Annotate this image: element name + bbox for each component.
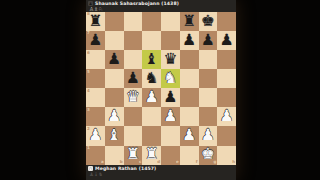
white-pawn-b3: ♟ (107, 109, 121, 125)
white-knight-e5: ♞ (163, 70, 177, 86)
square-c1[interactable]: c♜ (124, 146, 143, 165)
square-h1[interactable]: h (217, 146, 236, 165)
square-b6[interactable]: ♟ (105, 50, 124, 69)
file-label-a: a (101, 160, 104, 164)
square-g6[interactable] (199, 50, 218, 69)
square-b7[interactable] (105, 31, 124, 50)
black-pawn-b6: ♟ (107, 51, 121, 67)
square-h7[interactable]: ♟ (217, 31, 236, 50)
captured-pieces-bottom: ♟♝♞ (88, 172, 234, 178)
square-b4[interactable] (105, 88, 124, 107)
square-c7[interactable] (124, 31, 143, 50)
square-h8[interactable] (217, 12, 236, 31)
black-pawn-f7: ♟ (182, 32, 196, 48)
black-queen-e6: ♛ (163, 51, 177, 67)
square-b3[interactable]: ♟ (105, 107, 124, 126)
file-label-f: f (196, 160, 198, 164)
white-king-g1: ♚ (201, 147, 215, 163)
square-g4[interactable] (199, 88, 218, 107)
rank-label-5: 5 (87, 70, 90, 74)
white-rook-c1: ♜ (126, 147, 140, 163)
square-h5[interactable] (217, 69, 236, 88)
white-pawn-a2: ♟ (88, 128, 102, 144)
game-column: ♟ Shaunak Sahasrabojann (1438) ♙♗♘ 8♜♜♚7… (86, 0, 236, 180)
square-e8[interactable] (161, 12, 180, 31)
file-label-h: h (232, 160, 235, 164)
square-d5[interactable]: ♞ (142, 69, 161, 88)
captured-piece-icon-bottom-2: ♞ (98, 172, 103, 178)
square-d3[interactable] (142, 107, 161, 126)
square-c4[interactable]: ♛ (124, 88, 143, 107)
player-bar-bottom: ♟ Meghan Rathan (1457) ♟♝♞ (86, 165, 236, 180)
player-top-name: Shaunak Sahasrabojann (1438) (95, 1, 179, 6)
square-c5[interactable]: ♟ (124, 69, 143, 88)
black-rook-a8: ♜ (88, 13, 102, 29)
square-f5[interactable] (180, 69, 199, 88)
square-f8[interactable]: ♜ (180, 12, 199, 31)
black-king-g8: ♚ (201, 13, 215, 29)
square-f3[interactable] (180, 107, 199, 126)
square-c3[interactable] (124, 107, 143, 126)
square-e2[interactable] (161, 126, 180, 145)
square-e7[interactable] (161, 31, 180, 50)
square-e6[interactable]: ♛ (161, 50, 180, 69)
square-e4[interactable]: ♟ (161, 88, 180, 107)
square-a6[interactable]: 6 (86, 50, 105, 69)
square-e5[interactable]: ♞ (161, 69, 180, 88)
player-bar-top: ♟ Shaunak Sahasrabojann (1438) ♙♗♘ (86, 0, 236, 12)
square-f4[interactable] (180, 88, 199, 107)
white-pawn-e3: ♟ (163, 109, 177, 125)
black-pawn-a7: ♟ (88, 32, 102, 48)
square-g5[interactable] (199, 69, 218, 88)
square-e3[interactable]: ♟ (161, 107, 180, 126)
black-bishop-d6: ♝ (145, 51, 159, 67)
file-label-e: e (176, 160, 179, 164)
black-pawn-h7: ♟ (220, 32, 234, 48)
black-pawn-g7: ♟ (201, 32, 215, 48)
square-c8[interactable] (124, 12, 143, 31)
square-d6[interactable]: ♝ (142, 50, 161, 69)
square-b5[interactable] (105, 69, 124, 88)
rank-label-6: 6 (87, 51, 90, 55)
file-label-b: b (120, 160, 123, 164)
square-d1[interactable]: d♜ (142, 146, 161, 165)
square-a7[interactable]: 7♟ (86, 31, 105, 50)
square-h3[interactable]: ♟ (217, 107, 236, 126)
square-b2[interactable]: ♝ (105, 126, 124, 145)
black-knight-d5: ♞ (145, 70, 159, 86)
white-pawn-f2: ♟ (182, 128, 196, 144)
square-b1[interactable]: b (105, 146, 124, 165)
square-f7[interactable]: ♟ (180, 31, 199, 50)
video-frame: ♟ Shaunak Sahasrabojann (1438) ♙♗♘ 8♜♜♚7… (0, 0, 320, 180)
square-e1[interactable]: e (161, 146, 180, 165)
square-f6[interactable] (180, 50, 199, 69)
square-c6[interactable] (124, 50, 143, 69)
square-f1[interactable]: f (180, 146, 199, 165)
square-a5[interactable]: 5 (86, 69, 105, 88)
white-queen-c4: ♛ (126, 90, 140, 106)
square-g7[interactable]: ♟ (199, 31, 218, 50)
square-d8[interactable] (142, 12, 161, 31)
black-rook-f8: ♜ (182, 13, 196, 29)
white-rook-d1: ♜ (145, 147, 159, 163)
square-c2[interactable] (124, 126, 143, 145)
square-f2[interactable]: ♟ (180, 126, 199, 145)
square-d7[interactable] (142, 31, 161, 50)
square-g8[interactable]: ♚ (199, 12, 218, 31)
square-g1[interactable]: g♚ (199, 146, 218, 165)
square-a2[interactable]: 2♟ (86, 126, 105, 145)
square-a3[interactable]: 3 (86, 107, 105, 126)
square-d2[interactable] (142, 126, 161, 145)
square-a4[interactable]: 4 (86, 88, 105, 107)
black-pawn-e4: ♟ (163, 90, 177, 106)
square-b8[interactable] (105, 12, 124, 31)
square-a8[interactable]: 8♜ (86, 12, 105, 31)
player-bottom-name: Meghan Rathan (1457) (95, 166, 156, 171)
rank-label-1: 1 (87, 146, 90, 150)
white-pawn-g2: ♟ (201, 128, 215, 144)
square-h4[interactable] (217, 88, 236, 107)
rank-label-3: 3 (87, 108, 90, 112)
square-h6[interactable] (217, 50, 236, 69)
white-bishop-b2: ♝ (107, 128, 121, 144)
rank-label-4: 4 (87, 89, 90, 93)
black-pawn-c5: ♟ (126, 70, 140, 86)
square-h2[interactable] (217, 126, 236, 145)
square-d4[interactable]: ♟ (142, 88, 161, 107)
white-pawn-h3: ♟ (220, 109, 234, 125)
white-pawn-d4: ♟ (145, 90, 159, 106)
chess-board: 8♜♜♚7♟♟♟♟6♟♝♛5♟♞♞4♛♟♟3♟♟♟2♟♝♟♟1abc♜d♜efg… (86, 12, 236, 165)
square-g2[interactable]: ♟ (199, 126, 218, 145)
square-a1[interactable]: 1a (86, 146, 105, 165)
square-g3[interactable] (199, 107, 218, 126)
